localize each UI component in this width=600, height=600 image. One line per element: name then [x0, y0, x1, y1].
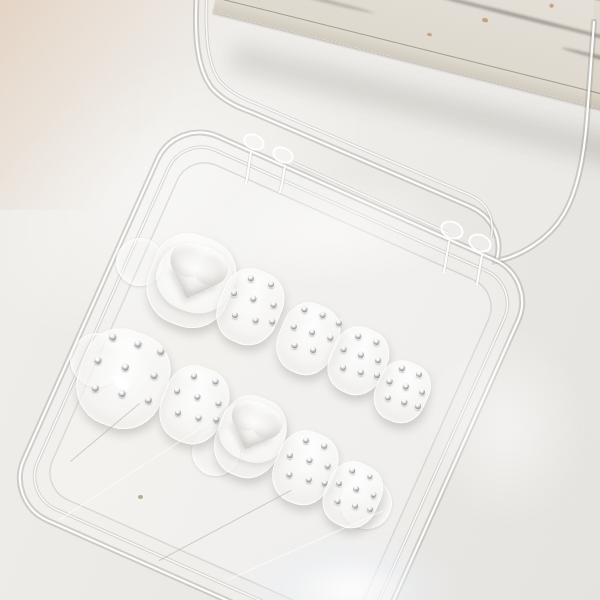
film-grain-overlay: [0, 0, 600, 600]
photo-stage: [0, 0, 600, 600]
